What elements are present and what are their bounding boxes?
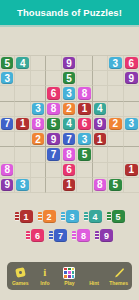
banner: Thousands of Puzzles! [0, 0, 139, 27]
numpad-tile-7[interactable]: 7 [54, 229, 67, 242]
sudoku-tile-1[interactable]: 1 [125, 164, 138, 176]
sudoku-tile-7[interactable]: 7 [47, 148, 59, 160]
play-grid-cell [68, 268, 71, 271]
play-grid-cell [72, 271, 75, 274]
sudoku-tile-2[interactable]: 2 [63, 103, 75, 115]
sudoku-tile-6[interactable]: 6 [63, 164, 75, 176]
sudoku-cell-r8c8[interactable] [108, 163, 123, 178]
sudoku-cell-r8c5[interactable]: 6 [62, 163, 77, 178]
numpad-entry-2[interactable]: 2 [38, 210, 56, 223]
banner-text: Thousands of Puzzles! [17, 7, 122, 18]
sudoku-cell-r7c3[interactable] [31, 147, 46, 162]
die-icon [16, 267, 25, 279]
sudoku-cell-r5c2[interactable]: 1 [15, 117, 30, 132]
play-grid-cell [72, 275, 75, 278]
sudoku-tile-9[interactable]: 9 [125, 72, 138, 84]
numpad-entry-1[interactable]: 1 [15, 210, 33, 223]
sudoku-cell-r2c8[interactable] [108, 71, 123, 86]
sudoku-tile-9[interactable]: 9 [94, 118, 106, 130]
sudoku-tile-4[interactable]: 4 [63, 118, 75, 130]
sudoku-tile-8[interactable]: 8 [78, 87, 90, 99]
sudoku-cell-r5c5[interactable]: 4 [62, 117, 77, 132]
numpad-entry-9[interactable]: 9 [95, 229, 113, 242]
sudoku-cell-r4c1[interactable] [0, 102, 15, 117]
sudoku-cell-r1c2[interactable]: 4 [15, 56, 30, 71]
sudoku-tile-2[interactable]: 2 [109, 118, 121, 130]
sudoku-cell-r9c5[interactable]: 1 [62, 178, 77, 193]
sudoku-cell-r2c9[interactable]: 9 [124, 71, 139, 86]
sudoku-cell-r2c7[interactable] [93, 71, 108, 86]
sudoku-cell-r2c1[interactable]: 3 [0, 71, 15, 86]
sudoku-tile-7[interactable]: 7 [63, 133, 75, 145]
sudoku-tile-1[interactable]: 1 [63, 179, 75, 191]
sudoku-grid-icon [63, 267, 75, 279]
themes-button[interactable]: Themes [109, 267, 129, 286]
hint-label: Hint [89, 280, 99, 286]
sudoku-cell-r6c3[interactable]: 2 [31, 132, 46, 147]
remaining-count-icon [15, 212, 19, 221]
games-label: Games [12, 280, 29, 286]
sudoku-cell-r5c9[interactable]: 3 [124, 117, 139, 132]
sudoku-cell-r4c8[interactable] [108, 102, 123, 117]
numpad-tile-8[interactable]: 8 [77, 229, 90, 242]
sudoku-tile-3[interactable]: 3 [63, 87, 75, 99]
hint-button[interactable]: Hint [84, 267, 104, 286]
numpad-tile-6[interactable]: 6 [31, 229, 44, 242]
sudoku-cell-r6c9[interactable] [124, 132, 139, 147]
sudoku-cell-r8c9[interactable]: 1 [124, 163, 139, 178]
sudoku-cell-r6c2[interactable] [15, 132, 30, 147]
play-grid-cell [72, 268, 75, 271]
sudoku-tile-9[interactable]: 9 [1, 179, 13, 191]
themes-label: Themes [109, 280, 128, 286]
info-label: Info [40, 280, 49, 286]
sudoku-cell-r7c5[interactable]: 8 [62, 147, 77, 162]
sudoku-cell-r7c4[interactable]: 7 [46, 147, 61, 162]
sudoku-cell-r1c5[interactable]: 9 [62, 56, 77, 71]
sudoku-cell-r3c1[interactable] [0, 86, 15, 101]
sudoku-cell-r7c2[interactable] [15, 147, 30, 162]
sudoku-cell-r4c3[interactable]: 3 [31, 102, 46, 117]
play-grid-cell [68, 275, 71, 278]
sudoku-cell-r7c9[interactable] [124, 147, 139, 162]
sudoku-cell-r9c7[interactable]: 8 [93, 178, 108, 193]
lightbulb-icon [90, 267, 98, 279]
sudoku-cell-r7c7[interactable] [93, 147, 108, 162]
sudoku-cell-r3c4[interactable]: 6 [46, 86, 61, 101]
play-grid-cell [64, 275, 67, 278]
numpad-tile-2[interactable]: 2 [43, 210, 56, 223]
sudoku-tile-2[interactable]: 2 [32, 133, 44, 145]
sudoku-tile-8[interactable]: 8 [47, 103, 59, 115]
sudoku-cell-r3c7[interactable] [93, 86, 108, 101]
numpad-tile-1[interactable]: 1 [20, 210, 33, 223]
sudoku-cell-r9c9[interactable] [124, 178, 139, 193]
sudoku-cell-r5c3[interactable]: 8 [31, 117, 46, 132]
sudoku-cell-r5c1[interactable]: 7 [0, 117, 15, 132]
remaining-count-icon [61, 212, 65, 221]
sudoku-tile-5[interactable]: 5 [63, 72, 75, 84]
sudoku-cell-r1c4[interactable] [46, 56, 61, 71]
sudoku-cell-r4c2[interactable] [15, 102, 30, 117]
sudoku-tile-9[interactable]: 9 [47, 133, 59, 145]
sudoku-tile-7[interactable]: 7 [1, 118, 13, 130]
sudoku-cell-r8c7[interactable] [93, 163, 108, 178]
remaining-count-icon [49, 231, 53, 240]
sudoku-cell-r3c6[interactable]: 8 [77, 86, 92, 101]
sudoku-cell-r9c3[interactable] [31, 178, 46, 193]
sudoku-cell-r4c5[interactable]: 2 [62, 102, 77, 117]
sudoku-cell-r9c1[interactable]: 9 [0, 178, 15, 193]
play-grid-cell [68, 271, 71, 274]
sudoku-cell-r9c4[interactable] [46, 178, 61, 193]
sudoku-cell-r2c3[interactable] [31, 71, 46, 86]
sudoku-tile-6[interactable]: 6 [47, 87, 59, 99]
sudoku-cell-r3c5[interactable]: 3 [62, 86, 77, 101]
numpad-tile-5[interactable]: 5 [112, 210, 125, 223]
games-button[interactable]: Games [10, 267, 30, 286]
remaining-count-icon [26, 231, 30, 240]
sudoku-cell-r6c1[interactable] [0, 132, 15, 147]
sudoku-tile-1[interactable]: 1 [16, 118, 28, 130]
sudoku-cell-r6c6[interactable]: 3 [77, 132, 92, 147]
sudoku-cell-r7c6[interactable]: 5 [77, 147, 92, 162]
sudoku-tile-4[interactable]: 4 [16, 57, 28, 69]
remaining-count-icon [107, 212, 111, 221]
sudoku-cell-r6c4[interactable]: 9 [46, 132, 61, 147]
paintbrush-icon [113, 267, 125, 279]
numpad-entry-5[interactable]: 5 [107, 210, 125, 223]
sudoku-cell-r6c5[interactable]: 7 [62, 132, 77, 147]
sudoku-cell-r7c8[interactable] [108, 147, 123, 162]
sudoku-tile-4[interactable]: 4 [94, 103, 106, 115]
numpad-tile-4[interactable]: 4 [89, 210, 102, 223]
sudoku-cell-r5c8[interactable]: 2 [108, 117, 123, 132]
sudoku-tile-5[interactable]: 5 [1, 57, 13, 69]
play-label: Play [64, 280, 74, 286]
sudoku-tile-1[interactable]: 1 [94, 133, 106, 145]
play-grid-cell [64, 268, 67, 271]
numpad-entry-6[interactable]: 6 [26, 229, 44, 242]
sudoku-cell-r5c7[interactable]: 9 [93, 117, 108, 132]
sudoku-cell-r1c1[interactable]: 5 [0, 56, 15, 71]
sudoku-tile-1[interactable]: 1 [78, 103, 90, 115]
sudoku-tile-5[interactable]: 5 [78, 148, 90, 160]
sudoku-cell-r3c8[interactable] [108, 86, 123, 101]
sudoku-cell-r4c9[interactable] [124, 102, 139, 117]
numpad-entry-8[interactable]: 8 [72, 229, 90, 242]
numpad-tile-9[interactable]: 9 [100, 229, 113, 242]
sudoku-cell-r1c3[interactable] [31, 56, 46, 71]
info-icon: i [43, 267, 46, 279]
sudoku-tile-3[interactable]: 3 [1, 72, 13, 84]
remaining-count-icon [84, 212, 88, 221]
sudoku-cell-r9c8[interactable]: 5 [108, 178, 123, 193]
sudoku-tile-9[interactable]: 9 [63, 57, 75, 69]
sudoku-tile-6[interactable]: 6 [125, 57, 138, 69]
sudoku-cell-r4c7[interactable]: 4 [93, 102, 108, 117]
sudoku-tile-8[interactable]: 8 [94, 179, 106, 191]
numpad-entry-4[interactable]: 4 [84, 210, 102, 223]
sudoku-tile-6[interactable]: 6 [78, 118, 90, 130]
sudoku-cell-r4c6[interactable]: 1 [77, 102, 92, 117]
sudoku-cell-r8c3[interactable] [31, 163, 46, 178]
numpad-row-2: 6789 [26, 229, 113, 242]
sudoku-tile-5[interactable]: 5 [47, 118, 59, 130]
sudoku-cell-r2c5[interactable]: 5 [62, 71, 77, 86]
sudoku-grid: 5493635963838214718546923297317858619318… [0, 55, 139, 193]
sudoku-cell-r5c4[interactable]: 5 [46, 117, 61, 132]
remaining-count-icon [95, 231, 99, 240]
number-pad: 123456789 [0, 210, 139, 242]
sudoku-tile-8[interactable]: 8 [63, 148, 75, 160]
sudoku-cell-r1c6[interactable] [77, 56, 92, 71]
sudoku-cell-r3c3[interactable] [31, 86, 46, 101]
sudoku-tile-3[interactable]: 3 [16, 179, 28, 191]
play-grid-cell [64, 271, 67, 274]
sudoku-tile-3[interactable]: 3 [125, 118, 138, 130]
sudoku-cell-r8c1[interactable]: 8 [0, 163, 15, 178]
sudoku-cell-r8c4[interactable] [46, 163, 61, 178]
remaining-count-icon [72, 231, 76, 240]
play-button[interactable]: Play [59, 267, 79, 286]
sudoku-tile-3[interactable]: 3 [109, 57, 121, 69]
sudoku-cell-r6c7[interactable]: 1 [93, 132, 108, 147]
sudoku-cell-r1c7[interactable] [93, 56, 108, 71]
sudoku-tile-3[interactable]: 3 [78, 133, 90, 145]
bottom-toolbar: Games i Info Play Hint Themes [7, 262, 132, 290]
sudoku-cell-r3c9[interactable] [124, 86, 139, 101]
info-button[interactable]: i Info [35, 267, 55, 286]
sudoku-cell-r1c8[interactable]: 3 [108, 56, 123, 71]
sudoku-tile-8[interactable]: 8 [32, 118, 44, 130]
sudoku-cell-r1c9[interactable]: 6 [124, 56, 139, 71]
remaining-count-icon [38, 212, 42, 221]
sudoku-cell-r8c2[interactable] [15, 163, 30, 178]
sudoku-cell-r4c4[interactable]: 8 [46, 102, 61, 117]
sudoku-cell-r3c2[interactable] [15, 86, 30, 101]
sudoku-cell-r6c8[interactable] [108, 132, 123, 147]
numpad-entry-3[interactable]: 3 [61, 210, 79, 223]
numpad-tile-3[interactable]: 3 [66, 210, 79, 223]
sudoku-tile-3[interactable]: 3 [32, 103, 44, 115]
sudoku-cell-r9c6[interactable] [77, 178, 92, 193]
numpad-entry-7[interactable]: 7 [49, 229, 67, 242]
sudoku-cell-r5c6[interactable]: 6 [77, 117, 92, 132]
sudoku-cell-r7c1[interactable] [0, 147, 15, 162]
sudoku-cell-r8c6[interactable] [77, 163, 92, 178]
sudoku-cell-r9c2[interactable]: 3 [15, 178, 30, 193]
sudoku-cell-r2c6[interactable] [77, 71, 92, 86]
sudoku-tile-8[interactable]: 8 [1, 164, 13, 176]
sudoku-cell-r2c4[interactable] [46, 71, 61, 86]
sudoku-tile-5[interactable]: 5 [109, 179, 121, 191]
sudoku-cell-r2c2[interactable] [15, 71, 30, 86]
numpad-row-1: 12345 [15, 210, 125, 223]
